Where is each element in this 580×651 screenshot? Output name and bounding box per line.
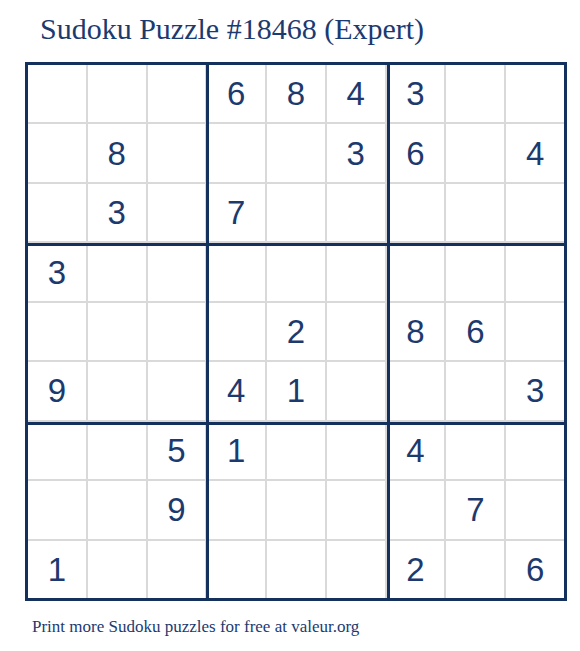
cell-r3c5[interactable] bbox=[267, 184, 325, 241]
cell-r6c3[interactable] bbox=[148, 362, 206, 419]
cell-r8c6[interactable] bbox=[327, 481, 385, 538]
cell-r2c9: 4 bbox=[506, 124, 564, 181]
cell-r6c5: 1 bbox=[267, 362, 325, 419]
cell-r9c4[interactable] bbox=[207, 541, 265, 598]
cell-r5c3[interactable] bbox=[148, 303, 206, 360]
cell-r4c7[interactable] bbox=[387, 243, 445, 300]
cell-r1c9[interactable] bbox=[506, 65, 564, 122]
cell-r5c6[interactable] bbox=[327, 303, 385, 360]
cell-r3c9[interactable] bbox=[506, 184, 564, 241]
cell-r3c3[interactable] bbox=[148, 184, 206, 241]
cell-r9c8[interactable] bbox=[446, 541, 504, 598]
cell-r8c1[interactable] bbox=[28, 481, 86, 538]
cell-r5c1[interactable] bbox=[28, 303, 86, 360]
cell-r5c5: 2 bbox=[267, 303, 325, 360]
cell-r2c1[interactable] bbox=[28, 124, 86, 181]
cell-r9c3[interactable] bbox=[148, 541, 206, 598]
page-title: Sudoku Puzzle #18468 (Expert) bbox=[40, 12, 424, 46]
cell-r7c1[interactable] bbox=[28, 422, 86, 479]
cell-r6c9: 3 bbox=[506, 362, 564, 419]
cell-r6c4: 4 bbox=[207, 362, 265, 419]
cell-r8c4[interactable] bbox=[207, 481, 265, 538]
cell-r8c3: 9 bbox=[148, 481, 206, 538]
cell-r4c4[interactable] bbox=[207, 243, 265, 300]
cell-r7c7: 4 bbox=[387, 422, 445, 479]
cell-r6c7[interactable] bbox=[387, 362, 445, 419]
cell-r4c8[interactable] bbox=[446, 243, 504, 300]
cell-r1c5: 8 bbox=[267, 65, 325, 122]
cell-r7c5[interactable] bbox=[267, 422, 325, 479]
cell-r6c1: 9 bbox=[28, 362, 86, 419]
cell-r2c3[interactable] bbox=[148, 124, 206, 181]
cell-r8c7[interactable] bbox=[387, 481, 445, 538]
cell-r9c5[interactable] bbox=[267, 541, 325, 598]
cell-r3c2: 3 bbox=[88, 184, 146, 241]
cell-r9c2[interactable] bbox=[88, 541, 146, 598]
cell-r4c6[interactable] bbox=[327, 243, 385, 300]
cell-r4c1: 3 bbox=[28, 243, 86, 300]
cell-r4c3[interactable] bbox=[148, 243, 206, 300]
cell-r5c8: 6 bbox=[446, 303, 504, 360]
footer-text: Print more Sudoku puzzles for free at va… bbox=[32, 617, 359, 637]
cell-r1c1[interactable] bbox=[28, 65, 86, 122]
cell-r1c3[interactable] bbox=[148, 65, 206, 122]
cell-r1c8[interactable] bbox=[446, 65, 504, 122]
cell-r5c2[interactable] bbox=[88, 303, 146, 360]
cell-r3c6[interactable] bbox=[327, 184, 385, 241]
cell-r3c4: 7 bbox=[207, 184, 265, 241]
sudoku-board: 68438364373286941351497126 bbox=[25, 62, 567, 601]
cell-r8c2[interactable] bbox=[88, 481, 146, 538]
cell-r3c7[interactable] bbox=[387, 184, 445, 241]
cell-r7c9[interactable] bbox=[506, 422, 564, 479]
cell-r1c2[interactable] bbox=[88, 65, 146, 122]
cell-r1c7: 3 bbox=[387, 65, 445, 122]
cell-r5c7: 8 bbox=[387, 303, 445, 360]
cell-r2c7: 6 bbox=[387, 124, 445, 181]
cell-r3c1[interactable] bbox=[28, 184, 86, 241]
cell-r4c5[interactable] bbox=[267, 243, 325, 300]
cell-r5c9[interactable] bbox=[506, 303, 564, 360]
cell-r4c9[interactable] bbox=[506, 243, 564, 300]
cell-r8c9[interactable] bbox=[506, 481, 564, 538]
cell-r7c4: 1 bbox=[207, 422, 265, 479]
cell-r1c6: 4 bbox=[327, 65, 385, 122]
cell-r7c3: 5 bbox=[148, 422, 206, 479]
cell-r2c5[interactable] bbox=[267, 124, 325, 181]
cell-r9c9: 6 bbox=[506, 541, 564, 598]
cell-r6c8[interactable] bbox=[446, 362, 504, 419]
cell-r2c2: 8 bbox=[88, 124, 146, 181]
cell-r4c2[interactable] bbox=[88, 243, 146, 300]
cell-r6c6[interactable] bbox=[327, 362, 385, 419]
cell-r7c2[interactable] bbox=[88, 422, 146, 479]
cell-r9c6[interactable] bbox=[327, 541, 385, 598]
cell-r2c4[interactable] bbox=[207, 124, 265, 181]
cell-r2c8[interactable] bbox=[446, 124, 504, 181]
cell-r7c8[interactable] bbox=[446, 422, 504, 479]
cell-r7c6[interactable] bbox=[327, 422, 385, 479]
sudoku-page: Sudoku Puzzle #18468 (Expert) 6843836437… bbox=[0, 0, 580, 651]
cell-r8c5[interactable] bbox=[267, 481, 325, 538]
cell-r2c6: 3 bbox=[327, 124, 385, 181]
cell-r9c1: 1 bbox=[28, 541, 86, 598]
cell-r3c8[interactable] bbox=[446, 184, 504, 241]
cell-r6c2[interactable] bbox=[88, 362, 146, 419]
cell-r5c4[interactable] bbox=[207, 303, 265, 360]
cell-r1c4: 6 bbox=[207, 65, 265, 122]
cell-r8c8: 7 bbox=[446, 481, 504, 538]
sudoku-grid: 68438364373286941351497126 bbox=[28, 65, 564, 598]
cell-r9c7: 2 bbox=[387, 541, 445, 598]
